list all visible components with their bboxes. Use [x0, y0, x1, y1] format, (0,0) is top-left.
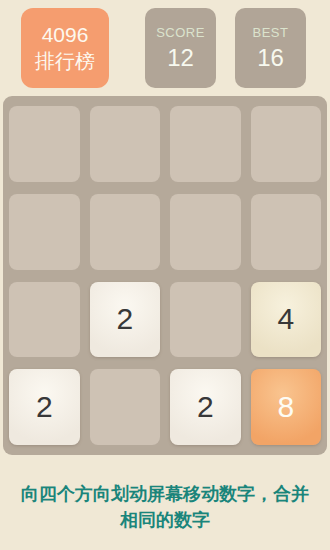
instruction-text: 向四个方向划动屏幕移动数字，合并 相同的数字 — [8, 481, 322, 533]
instruction-line-1: 向四个方向划动屏幕移动数字，合并 — [8, 481, 322, 507]
score-box: SCORE 12 — [145, 8, 216, 88]
app-screen: 4096 排行榜 SCORE 12 BEST 16 2 4 2 2 8 向四个方… — [0, 0, 330, 550]
board-cell-r3c2: 2 — [90, 282, 161, 358]
board-cell-r1c3 — [170, 106, 241, 182]
board-cell-r1c4 — [251, 106, 322, 182]
board-cell-r4c4: 8 — [251, 369, 322, 445]
board-cell-r2c3 — [170, 194, 241, 270]
score-value: 12 — [167, 44, 194, 72]
board-cell-r3c3 — [170, 282, 241, 358]
board-cell-r1c2 — [90, 106, 161, 182]
best-label: BEST — [253, 25, 289, 40]
board-cell-r2c2 — [90, 194, 161, 270]
board-cell-r4c3: 2 — [170, 369, 241, 445]
leaderboard-button[interactable]: 4096 排行榜 — [21, 8, 109, 88]
board-cell-r4c2 — [90, 369, 161, 445]
score-label: SCORE — [156, 25, 205, 40]
board-cell-r3c1 — [9, 282, 80, 358]
game-board[interactable]: 2 4 2 2 8 — [3, 96, 327, 455]
instruction-line-2: 相同的数字 — [8, 507, 322, 533]
best-box: BEST 16 — [235, 8, 306, 88]
board-cell-r3c4: 4 — [251, 282, 322, 358]
board-cell-r2c1 — [9, 194, 80, 270]
best-value: 16 — [257, 44, 284, 72]
app-title: 4096 — [42, 21, 89, 48]
leaderboard-label: 排行榜 — [35, 48, 95, 75]
board-cell-r1c1 — [9, 106, 80, 182]
board-cell-r2c4 — [251, 194, 322, 270]
board-cell-r4c1: 2 — [9, 369, 80, 445]
